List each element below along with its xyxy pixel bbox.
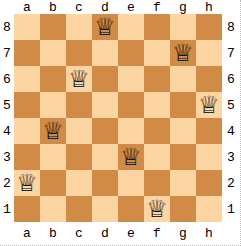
square-g3[interactable] — [170, 144, 196, 170]
file-label-bottom-b: b — [40, 222, 66, 245]
white-queen[interactable]: ♕ — [42, 118, 64, 144]
square-g1[interactable] — [170, 196, 196, 222]
square-b6[interactable] — [40, 66, 66, 92]
square-f6[interactable] — [144, 66, 170, 92]
square-h2[interactable] — [196, 170, 222, 196]
chess-diagram: abcdefgh8♕87♕76♕65♕54♕43♕32♕21♕1abcdefgh — [0, 0, 241, 246]
square-g6[interactable] — [170, 66, 196, 92]
square-g5[interactable] — [170, 92, 196, 118]
square-c2[interactable] — [66, 170, 92, 196]
square-h7[interactable] — [196, 40, 222, 66]
rank-label-right-2: 2 — [222, 170, 240, 196]
square-a5[interactable] — [14, 92, 40, 118]
square-g8[interactable] — [170, 14, 196, 40]
rank-label-right-7: 7 — [222, 40, 240, 66]
rank-label-right-3: 3 — [222, 144, 240, 170]
square-c7[interactable] — [66, 40, 92, 66]
square-g4[interactable] — [170, 118, 196, 144]
file-label-top-h: h — [196, 0, 222, 14]
file-label-bottom-d: d — [92, 222, 118, 245]
square-b5[interactable] — [40, 92, 66, 118]
square-a3[interactable] — [14, 144, 40, 170]
file-label-bottom-h: h — [196, 222, 222, 245]
square-g2[interactable] — [170, 170, 196, 196]
corner-bottom-right — [222, 222, 240, 245]
square-b7[interactable] — [40, 40, 66, 66]
square-h4[interactable] — [196, 118, 222, 144]
white-queen[interactable]: ♕ — [146, 196, 168, 222]
square-d4[interactable] — [92, 118, 118, 144]
square-a1[interactable] — [14, 196, 40, 222]
square-d1[interactable] — [92, 196, 118, 222]
file-label-bottom-a: a — [14, 222, 40, 245]
square-b3[interactable] — [40, 144, 66, 170]
square-e8[interactable] — [118, 14, 144, 40]
square-e6[interactable] — [118, 66, 144, 92]
rank-label-left-4: 4 — [0, 118, 14, 144]
square-c8[interactable] — [66, 14, 92, 40]
square-c1[interactable] — [66, 196, 92, 222]
rank-label-right-4: 4 — [222, 118, 240, 144]
square-c3[interactable] — [66, 144, 92, 170]
square-h1[interactable] — [196, 196, 222, 222]
square-d6[interactable] — [92, 66, 118, 92]
square-a2[interactable]: ♕ — [14, 170, 40, 196]
rank-label-left-5: 5 — [0, 92, 14, 118]
square-f7[interactable] — [144, 40, 170, 66]
white-queen[interactable]: ♕ — [16, 170, 38, 196]
square-f1[interactable]: ♕ — [144, 196, 170, 222]
file-label-bottom-c: c — [66, 222, 92, 245]
rank-label-left-3: 3 — [0, 144, 14, 170]
file-label-top-e: e — [118, 0, 144, 14]
square-f2[interactable] — [144, 170, 170, 196]
square-b1[interactable] — [40, 196, 66, 222]
white-queen[interactable]: ♕ — [120, 144, 142, 170]
square-f8[interactable] — [144, 14, 170, 40]
white-queen[interactable]: ♕ — [68, 66, 90, 92]
square-e3[interactable]: ♕ — [118, 144, 144, 170]
square-e4[interactable] — [118, 118, 144, 144]
square-e1[interactable] — [118, 196, 144, 222]
file-label-top-c: c — [66, 0, 92, 14]
rank-label-left-8: 8 — [0, 14, 14, 40]
rank-label-left-6: 6 — [0, 66, 14, 92]
file-label-bottom-e: e — [118, 222, 144, 245]
square-a4[interactable] — [14, 118, 40, 144]
square-h5[interactable]: ♕ — [196, 92, 222, 118]
rank-label-right-1: 1 — [222, 196, 240, 222]
square-e7[interactable] — [118, 40, 144, 66]
rank-label-right-5: 5 — [222, 92, 240, 118]
corner-bottom-left — [0, 222, 14, 245]
square-h3[interactable] — [196, 144, 222, 170]
square-a8[interactable] — [14, 14, 40, 40]
corner-top-right — [222, 0, 240, 14]
file-label-bottom-g: g — [170, 222, 196, 245]
square-b8[interactable] — [40, 14, 66, 40]
square-d3[interactable] — [92, 144, 118, 170]
square-c4[interactable] — [66, 118, 92, 144]
square-f4[interactable] — [144, 118, 170, 144]
rank-label-right-6: 6 — [222, 66, 240, 92]
square-g7[interactable]: ♕ — [170, 40, 196, 66]
white-queen[interactable]: ♕ — [172, 40, 194, 66]
file-label-top-f: f — [144, 0, 170, 14]
square-c6[interactable]: ♕ — [66, 66, 92, 92]
square-e5[interactable] — [118, 92, 144, 118]
square-e2[interactable] — [118, 170, 144, 196]
square-f3[interactable] — [144, 144, 170, 170]
square-d5[interactable] — [92, 92, 118, 118]
rank-label-left-2: 2 — [0, 170, 14, 196]
square-f5[interactable] — [144, 92, 170, 118]
square-d2[interactable] — [92, 170, 118, 196]
square-a6[interactable] — [14, 66, 40, 92]
rank-label-right-8: 8 — [222, 14, 240, 40]
square-h6[interactable] — [196, 66, 222, 92]
rank-label-left-7: 7 — [0, 40, 14, 66]
square-h8[interactable] — [196, 14, 222, 40]
square-d8[interactable]: ♕ — [92, 14, 118, 40]
square-a7[interactable] — [14, 40, 40, 66]
file-label-top-d: d — [92, 0, 118, 14]
rank-label-left-1: 1 — [0, 196, 14, 222]
square-b2[interactable] — [40, 170, 66, 196]
white-queen[interactable]: ♕ — [94, 14, 116, 40]
file-label-top-a: a — [14, 0, 40, 14]
file-label-top-b: b — [40, 0, 66, 14]
white-queen[interactable]: ♕ — [198, 92, 220, 118]
file-label-top-g: g — [170, 0, 196, 14]
square-c5[interactable] — [66, 92, 92, 118]
file-label-bottom-f: f — [144, 222, 170, 245]
square-d7[interactable] — [92, 40, 118, 66]
corner-top-left — [0, 0, 14, 14]
square-b4[interactable]: ♕ — [40, 118, 66, 144]
